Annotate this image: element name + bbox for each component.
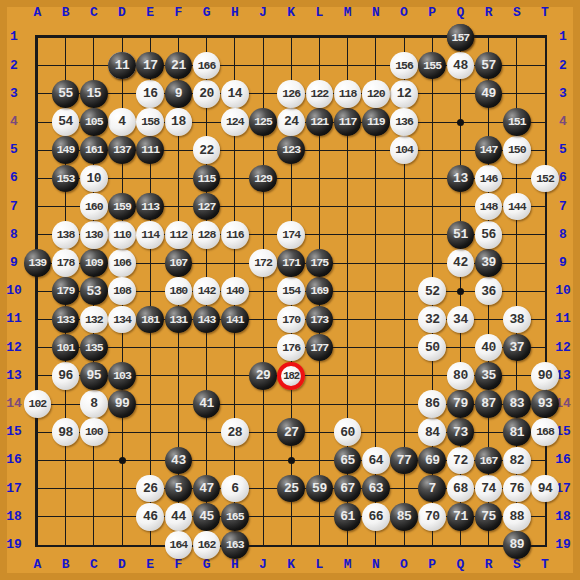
move-number: 50 — [425, 341, 440, 354]
stone-white-124[interactable]: 124 — [221, 108, 249, 136]
top-col-label-H: H — [225, 4, 245, 22]
stone-white-64[interactable]: 64 — [362, 447, 390, 475]
move-number: 138 — [57, 229, 75, 241]
star-point-Q10 — [457, 288, 464, 295]
bottom-col-label-Q: Q — [450, 556, 470, 574]
stone-white-150[interactable]: 150 — [503, 136, 531, 164]
move-number: 163 — [226, 539, 244, 551]
stone-white-24[interactable]: 24 — [277, 108, 305, 136]
move-number: 143 — [198, 314, 216, 326]
stone-black-49[interactable]: 49 — [475, 80, 503, 108]
move-number: 110 — [113, 229, 131, 241]
stone-white-6[interactable]: 6 — [221, 475, 249, 503]
top-col-label-O: O — [394, 4, 414, 22]
left-row-label-15: 15 — [0, 423, 28, 441]
stone-white-14[interactable]: 14 — [221, 80, 249, 108]
stone-white-178[interactable]: 178 — [52, 249, 80, 277]
move-number: 14 — [227, 87, 242, 100]
top-col-label-M: M — [338, 4, 358, 22]
left-row-label-12: 12 — [0, 339, 28, 357]
stone-black-141[interactable]: 141 — [221, 306, 249, 334]
stone-white-144[interactable]: 144 — [503, 193, 531, 221]
stone-black-87[interactable]: 87 — [475, 390, 503, 418]
move-number: 47 — [199, 482, 214, 495]
stone-black-109[interactable]: 109 — [80, 249, 108, 277]
stone-white-158[interactable]: 158 — [136, 108, 164, 136]
move-number: 71 — [453, 510, 468, 523]
move-number: 17 — [143, 59, 158, 72]
move-number: 81 — [509, 426, 524, 439]
move-number: 25 — [284, 482, 299, 495]
stone-white-82[interactable]: 82 — [503, 447, 531, 475]
move-number: 95 — [86, 369, 101, 382]
move-number: 182 — [283, 371, 299, 382]
star-point-D16 — [119, 457, 126, 464]
move-number: 147 — [480, 144, 498, 156]
left-row-label-18: 18 — [0, 508, 28, 526]
move-number: 72 — [453, 454, 468, 467]
right-row-label-4: 4 — [549, 113, 577, 131]
stone-white-38[interactable]: 38 — [503, 306, 531, 334]
stone-white-44[interactable]: 44 — [165, 503, 193, 531]
move-number: 129 — [254, 173, 272, 185]
move-number: 132 — [85, 314, 103, 326]
move-number: 65 — [340, 454, 355, 467]
move-number: 74 — [481, 482, 496, 495]
stone-black-129[interactable]: 129 — [249, 165, 277, 193]
move-number: 100 — [85, 426, 103, 438]
stone-white-80[interactable]: 80 — [447, 362, 475, 390]
move-number: 98 — [58, 426, 73, 439]
star-point-Q4 — [457, 119, 464, 126]
move-number: 116 — [226, 229, 244, 241]
stone-black-117[interactable]: 117 — [334, 108, 362, 136]
move-number: 21 — [171, 59, 186, 72]
stone-white-170[interactable]: 170 — [277, 306, 305, 334]
move-number: 6 — [231, 482, 238, 495]
stone-black-15[interactable]: 15 — [80, 80, 108, 108]
move-number: 125 — [254, 116, 272, 128]
stone-black-37[interactable]: 37 — [503, 334, 531, 362]
stone-white-76[interactable]: 76 — [503, 475, 531, 503]
bottom-col-label-M: M — [338, 556, 358, 574]
move-number: 56 — [481, 228, 496, 241]
stone-black-41[interactable]: 41 — [193, 390, 221, 418]
move-number: 137 — [113, 144, 131, 156]
stone-white-8[interactable]: 8 — [80, 390, 108, 418]
stone-white-112[interactable]: 112 — [165, 221, 193, 249]
left-row-label-8: 8 — [0, 226, 28, 244]
move-number: 22 — [199, 144, 214, 157]
stone-white-108[interactable]: 108 — [108, 277, 136, 305]
left-row-label-5: 5 — [0, 141, 28, 159]
right-row-label-5: 5 — [549, 141, 577, 159]
stone-black-69[interactable]: 69 — [418, 447, 446, 475]
stone-black-171[interactable]: 171 — [277, 249, 305, 277]
move-number: 103 — [113, 370, 131, 382]
right-row-label-7: 7 — [549, 198, 577, 216]
move-number: 53 — [86, 285, 101, 298]
move-number: 59 — [312, 482, 327, 495]
stone-white-18[interactable]: 18 — [165, 108, 193, 136]
stone-black-111[interactable]: 111 — [136, 136, 164, 164]
move-number: 150 — [508, 144, 526, 156]
stone-white-88[interactable]: 88 — [503, 503, 531, 531]
stone-white-110[interactable]: 110 — [108, 221, 136, 249]
stone-white-106[interactable]: 106 — [108, 249, 136, 277]
move-number: 170 — [282, 314, 300, 326]
stone-black-61[interactable]: 61 — [334, 503, 362, 531]
stone-white-154[interactable]: 154 — [277, 277, 305, 305]
stone-black-11[interactable]: 11 — [108, 52, 136, 80]
move-number: 155 — [423, 60, 441, 72]
bottom-col-label-L: L — [309, 556, 329, 574]
move-number: 85 — [397, 510, 412, 523]
move-number: 43 — [171, 454, 186, 467]
move-number: 44 — [171, 510, 186, 523]
stone-black-123[interactable]: 123 — [277, 136, 305, 164]
move-number: 114 — [141, 229, 159, 241]
move-number: 140 — [226, 285, 244, 297]
stone-white-4[interactable]: 4 — [108, 108, 136, 136]
move-number: 76 — [509, 482, 524, 495]
move-number: 162 — [198, 539, 216, 551]
stone-white-16[interactable]: 16 — [136, 80, 164, 108]
move-number: 18 — [171, 115, 186, 128]
move-number: 29 — [256, 369, 271, 382]
move-number: 142 — [198, 285, 216, 297]
move-number: 175 — [311, 257, 329, 269]
move-number: 13 — [453, 172, 468, 185]
move-number: 172 — [254, 257, 272, 269]
top-col-label-A: A — [27, 4, 47, 22]
move-number: 108 — [113, 285, 131, 297]
right-row-label-19: 19 — [549, 536, 577, 554]
stone-white-134[interactable]: 134 — [108, 306, 136, 334]
right-row-label-8: 8 — [549, 226, 577, 244]
stone-white-96[interactable]: 96 — [52, 362, 80, 390]
stone-black-105[interactable]: 105 — [80, 108, 108, 136]
stone-black-55[interactable]: 55 — [52, 80, 80, 108]
move-number: 156 — [395, 60, 413, 72]
stone-black-99[interactable]: 99 — [108, 390, 136, 418]
stone-white-168[interactable]: 168 — [531, 418, 559, 446]
bottom-col-label-O: O — [394, 556, 414, 574]
move-number: 117 — [339, 116, 357, 128]
stone-white-160[interactable]: 160 — [80, 193, 108, 221]
move-number: 109 — [85, 257, 103, 269]
move-number: 160 — [85, 201, 103, 213]
move-number: 34 — [453, 313, 468, 326]
move-number: 136 — [395, 116, 413, 128]
stone-white-162[interactable]: 162 — [193, 531, 221, 559]
stone-black-71[interactable]: 71 — [447, 503, 475, 531]
left-row-label-16: 16 — [0, 451, 28, 469]
move-number: 93 — [538, 397, 553, 410]
move-number: 180 — [170, 285, 188, 297]
stone-black-107[interactable]: 107 — [165, 249, 193, 277]
bottom-col-label-N: N — [366, 556, 386, 574]
move-number: 32 — [425, 313, 440, 326]
bottom-col-label-D: D — [112, 556, 132, 574]
stone-white-94[interactable]: 94 — [531, 475, 559, 503]
stone-black-175[interactable]: 175 — [306, 249, 334, 277]
stone-black-95[interactable]: 95 — [80, 362, 108, 390]
left-row-label-10: 10 — [0, 282, 28, 300]
stone-black-163[interactable]: 163 — [221, 531, 249, 559]
stone-white-174[interactable]: 174 — [277, 221, 305, 249]
stone-white-70[interactable]: 70 — [418, 503, 446, 531]
stone-white-42[interactable]: 42 — [447, 249, 475, 277]
move-number: 40 — [481, 341, 496, 354]
move-number: 27 — [284, 426, 299, 439]
bottom-col-label-K: K — [281, 556, 301, 574]
stone-white-180[interactable]: 180 — [165, 277, 193, 305]
move-number: 45 — [199, 510, 214, 523]
stone-black-53[interactable]: 53 — [80, 277, 108, 305]
move-number: 15 — [86, 87, 101, 100]
move-number: 26 — [143, 482, 158, 495]
move-number: 99 — [115, 397, 130, 410]
move-number: 168 — [536, 426, 554, 438]
move-number: 41 — [199, 397, 214, 410]
bottom-col-label-B: B — [56, 556, 76, 574]
stone-black-139[interactable]: 139 — [24, 249, 52, 277]
stone-black-45[interactable]: 45 — [193, 503, 221, 531]
move-number: 105 — [85, 116, 103, 128]
top-col-label-J: J — [253, 4, 273, 22]
stone-white-90[interactable]: 90 — [531, 362, 559, 390]
move-number: 9 — [175, 87, 182, 100]
top-col-label-K: K — [281, 4, 301, 22]
move-number: 20 — [199, 87, 214, 100]
move-number: 48 — [453, 59, 468, 72]
stone-white-116[interactable]: 116 — [221, 221, 249, 249]
move-number: 8 — [90, 397, 97, 410]
top-col-label-G: G — [197, 4, 217, 22]
top-col-label-B: B — [56, 4, 76, 22]
move-number: 88 — [509, 510, 524, 523]
stone-black-9[interactable]: 9 — [165, 80, 193, 108]
move-number: 135 — [85, 342, 103, 354]
stone-black-119[interactable]: 119 — [362, 108, 390, 136]
move-number: 69 — [425, 454, 440, 467]
move-number: 128 — [198, 229, 216, 241]
move-number: 178 — [57, 257, 75, 269]
move-number: 4 — [118, 115, 125, 128]
move-number: 12 — [397, 87, 412, 100]
stone-white-118[interactable]: 118 — [334, 80, 362, 108]
move-number: 35 — [481, 369, 496, 382]
bottom-col-label-C: C — [84, 556, 104, 574]
move-number: 130 — [85, 229, 103, 241]
stone-white-100[interactable]: 100 — [80, 418, 108, 446]
left-row-label-17: 17 — [0, 480, 28, 498]
stone-black-103[interactable]: 103 — [108, 362, 136, 390]
stone-white-66[interactable]: 66 — [362, 503, 390, 531]
move-number: 123 — [282, 144, 300, 156]
move-number: 146 — [480, 173, 498, 185]
left-row-label-19: 19 — [0, 536, 28, 554]
move-number: 36 — [481, 285, 496, 298]
stone-black-83[interactable]: 83 — [503, 390, 531, 418]
right-row-label-12: 12 — [549, 339, 577, 357]
top-col-label-C: C — [84, 4, 104, 22]
move-number: 67 — [340, 482, 355, 495]
move-number: 157 — [452, 32, 470, 44]
top-col-label-E: E — [140, 4, 160, 22]
stone-white-136[interactable]: 136 — [390, 108, 418, 136]
left-row-label-3: 3 — [0, 85, 28, 103]
move-number: 37 — [509, 341, 524, 354]
stone-black-159[interactable]: 159 — [108, 193, 136, 221]
stone-black-135[interactable]: 135 — [80, 334, 108, 362]
move-number: 68 — [453, 482, 468, 495]
stone-white-54[interactable]: 54 — [52, 108, 80, 136]
move-number: 87 — [481, 397, 496, 410]
stone-black-39[interactable]: 39 — [475, 249, 503, 277]
move-number: 134 — [113, 314, 131, 326]
stone-black-77[interactable]: 77 — [390, 447, 418, 475]
right-row-label-16: 16 — [549, 451, 577, 469]
top-col-label-T: T — [535, 4, 555, 22]
stone-white-10[interactable]: 10 — [80, 165, 108, 193]
move-number: 158 — [141, 116, 159, 128]
stone-white-132[interactable]: 132 — [80, 306, 108, 334]
move-number: 77 — [397, 454, 412, 467]
stone-black-161[interactable]: 161 — [80, 136, 108, 164]
stone-white-126[interactable]: 126 — [277, 80, 305, 108]
stone-black-29[interactable]: 29 — [249, 362, 277, 390]
right-row-label-2: 2 — [549, 57, 577, 75]
right-row-label-18: 18 — [549, 508, 577, 526]
stone-black-63[interactable]: 63 — [362, 475, 390, 503]
stone-white-130[interactable]: 130 — [80, 221, 108, 249]
stone-white-86[interactable]: 86 — [418, 390, 446, 418]
stone-black-81[interactable]: 81 — [503, 418, 531, 446]
stone-black-51[interactable]: 51 — [447, 221, 475, 249]
move-number: 102 — [29, 398, 47, 410]
right-row-label-11: 11 — [549, 310, 577, 328]
bottom-col-label-J: J — [253, 556, 273, 574]
move-number: 49 — [481, 87, 496, 100]
stone-white-32[interactable]: 32 — [418, 306, 446, 334]
stone-black-35[interactable]: 35 — [475, 362, 503, 390]
move-number: 122 — [311, 88, 329, 100]
left-row-label-6: 6 — [0, 169, 28, 187]
move-number: 5 — [175, 482, 182, 495]
stone-black-75[interactable]: 75 — [475, 503, 503, 531]
move-number: 174 — [282, 229, 300, 241]
stone-white-138[interactable]: 138 — [52, 221, 80, 249]
stone-black-89[interactable]: 89 — [503, 531, 531, 559]
move-number: 121 — [311, 116, 329, 128]
stone-white-120[interactable]: 120 — [362, 80, 390, 108]
stone-black-137[interactable]: 137 — [108, 136, 136, 164]
stone-white-172[interactable]: 172 — [249, 249, 277, 277]
move-number: 165 — [226, 511, 244, 523]
stone-black-125[interactable]: 125 — [249, 108, 277, 136]
move-number: 115 — [198, 173, 216, 185]
move-number: 120 — [367, 88, 385, 100]
move-number: 133 — [57, 314, 75, 326]
stone-black-121[interactable]: 121 — [306, 108, 334, 136]
move-number: 113 — [141, 201, 159, 213]
stone-white-122[interactable]: 122 — [306, 80, 334, 108]
move-number: 24 — [284, 115, 299, 128]
stone-white-28[interactable]: 28 — [221, 418, 249, 446]
move-number: 89 — [509, 538, 524, 551]
stone-white-156[interactable]: 156 — [390, 52, 418, 80]
stone-white-104[interactable]: 104 — [390, 136, 418, 164]
move-number: 107 — [170, 257, 188, 269]
move-number: 70 — [425, 510, 440, 523]
move-number: 141 — [226, 314, 244, 326]
move-number: 79 — [453, 397, 468, 410]
move-number: 131 — [170, 314, 188, 326]
move-number: 11 — [115, 59, 130, 72]
stone-white-46[interactable]: 46 — [136, 503, 164, 531]
move-number: 101 — [57, 342, 75, 354]
move-number: 90 — [538, 369, 553, 382]
stone-white-128[interactable]: 128 — [193, 221, 221, 249]
move-number: 126 — [282, 88, 300, 100]
stone-black-85[interactable]: 85 — [390, 503, 418, 531]
right-row-label-3: 3 — [549, 85, 577, 103]
move-number: 61 — [340, 510, 355, 523]
stone-black-93[interactable]: 93 — [531, 390, 559, 418]
stone-black-79[interactable]: 79 — [447, 390, 475, 418]
top-col-label-N: N — [366, 4, 386, 22]
bottom-col-label-A: A — [27, 556, 47, 574]
top-col-label-S: S — [507, 4, 527, 22]
move-number: 16 — [143, 87, 158, 100]
stone-black-165[interactable]: 165 — [221, 503, 249, 531]
stone-white-114[interactable]: 114 — [136, 221, 164, 249]
move-number: 148 — [480, 201, 498, 213]
left-row-label-7: 7 — [0, 198, 28, 216]
stone-black-73[interactable]: 73 — [447, 418, 475, 446]
move-number: 106 — [113, 257, 131, 269]
move-number: 64 — [368, 454, 383, 467]
move-number: 159 — [113, 201, 131, 213]
stone-white-84[interactable]: 84 — [418, 418, 446, 446]
stone-black-27[interactable]: 27 — [277, 418, 305, 446]
move-number: 167 — [480, 455, 498, 467]
stone-black-181[interactable]: 181 — [136, 306, 164, 334]
stone-white-52[interactable]: 52 — [418, 277, 446, 305]
move-number: 54 — [58, 115, 73, 128]
stone-white-56[interactable]: 56 — [475, 221, 503, 249]
top-col-label-R: R — [479, 4, 499, 22]
stone-white-140[interactable]: 140 — [221, 277, 249, 305]
move-number: 171 — [282, 257, 300, 269]
stone-white-182[interactable]: 182 — [277, 362, 305, 390]
move-number: 73 — [453, 426, 468, 439]
move-number: 181 — [141, 314, 159, 326]
move-number: 161 — [85, 144, 103, 156]
stone-white-102[interactable]: 102 — [24, 390, 52, 418]
stone-black-169[interactable]: 169 — [306, 277, 334, 305]
move-number: 60 — [340, 426, 355, 439]
stone-white-20[interactable]: 20 — [193, 80, 221, 108]
stone-black-151[interactable]: 151 — [503, 108, 531, 136]
move-number: 154 — [282, 285, 300, 297]
move-number: 51 — [453, 228, 468, 241]
stone-white-12[interactable]: 12 — [390, 80, 418, 108]
stone-white-152[interactable]: 152 — [531, 165, 559, 193]
stone-white-164[interactable]: 164 — [165, 531, 193, 559]
